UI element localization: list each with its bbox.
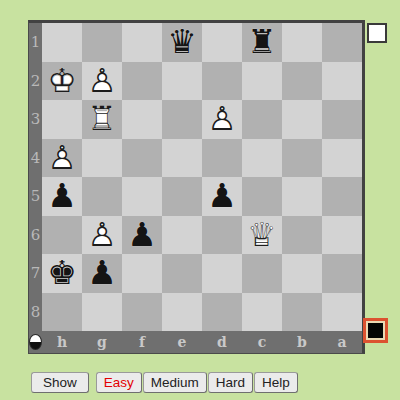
board-square-h1[interactable] [42, 23, 82, 62]
black-to-move-indicator[interactable] [363, 318, 388, 343]
board-square-e2[interactable] [162, 62, 202, 101]
board-square-b4[interactable] [282, 139, 322, 178]
rank-label-4: 4 [29, 139, 42, 178]
difficulty-button-hard[interactable]: Hard [208, 372, 253, 393]
board-square-f6[interactable]: ♟ [122, 216, 162, 255]
half-sphere-icon [29, 334, 42, 350]
black-pawn-d5[interactable]: ♟ [202, 177, 242, 216]
board-square-g7[interactable]: ♟ [82, 254, 122, 293]
piece-glyph: ♛ [162, 23, 202, 62]
board-square-a4[interactable] [322, 139, 362, 178]
board-square-d2[interactable] [202, 62, 242, 101]
board-square-a3[interactable] [322, 100, 362, 139]
board-square-c1[interactable]: ♜ [242, 23, 282, 62]
board-square-e3[interactable] [162, 100, 202, 139]
board-square-b2[interactable] [282, 62, 322, 101]
board-square-c4[interactable] [242, 139, 282, 178]
rank-label-1: 1 [29, 23, 42, 62]
board-square-e8[interactable] [162, 293, 202, 332]
white-pawn-g6[interactable]: ♟♙ [82, 216, 122, 255]
difficulty-button-easy[interactable]: Easy [96, 372, 142, 393]
board-square-b3[interactable] [282, 100, 322, 139]
flip-board-icon[interactable] [29, 331, 42, 353]
file-label-b: b [282, 331, 322, 353]
white-pawn-h4[interactable]: ♟♙ [42, 139, 82, 178]
piece-outline: ♔ [42, 62, 82, 101]
board-square-a8[interactable] [322, 293, 362, 332]
chess-board: 1♛♜2♚♔♟♙3♜♖♟♙4♟♙5♟♟6♟♙♟♛♕7♚♟8hgfedcba [29, 23, 362, 353]
file-label-f: f [122, 331, 162, 353]
toolbar: Show EasyMediumHardHelp [31, 372, 298, 393]
board-square-h6[interactable] [42, 216, 82, 255]
rank-label-3: 3 [29, 100, 42, 139]
board-square-b1[interactable] [282, 23, 322, 62]
piece-outline: ♕ [242, 216, 282, 255]
piece-glyph: ♚ [42, 254, 82, 293]
board-square-a1[interactable] [322, 23, 362, 62]
board-square-e6[interactable] [162, 216, 202, 255]
board-square-d1[interactable] [202, 23, 242, 62]
board-square-h4[interactable]: ♟♙ [42, 139, 82, 178]
rank-label-8: 8 [29, 293, 42, 332]
white-queen-c6[interactable]: ♛♕ [242, 216, 282, 255]
show-button[interactable]: Show [31, 372, 89, 393]
piece-outline: ♙ [82, 216, 122, 255]
rank-label-5: 5 [29, 177, 42, 216]
board-square-a5[interactable] [322, 177, 362, 216]
board-square-d6[interactable] [202, 216, 242, 255]
board-square-a2[interactable] [322, 62, 362, 101]
board-square-c7[interactable] [242, 254, 282, 293]
board-square-g8[interactable] [82, 293, 122, 332]
board-square-c5[interactable] [242, 177, 282, 216]
difficulty-buttons: EasyMediumHardHelp [96, 372, 298, 393]
board-square-g5[interactable] [82, 177, 122, 216]
piece-glyph: ♜ [242, 23, 282, 62]
board-square-d4[interactable] [202, 139, 242, 178]
file-label-e: e [162, 331, 202, 353]
piece-outline: ♙ [82, 62, 122, 101]
file-label-h: h [42, 331, 82, 353]
board-square-e7[interactable] [162, 254, 202, 293]
board-square-g3[interactable]: ♜♖ [82, 100, 122, 139]
black-pawn-f6[interactable]: ♟ [122, 216, 162, 255]
black-king-h7[interactable]: ♚ [42, 254, 82, 293]
file-label-d: d [202, 331, 242, 353]
piece-outline: ♖ [82, 100, 122, 139]
chess-board-frame: 1♛♜2♚♔♟♙3♜♖♟♙4♟♙5♟♟6♟♙♟♛♕7♚♟8hgfedcba [28, 20, 365, 354]
piece-outline: ♙ [202, 100, 242, 139]
board-square-f2[interactable] [122, 62, 162, 101]
board-square-d5[interactable]: ♟ [202, 177, 242, 216]
board-square-h2[interactable]: ♚♔ [42, 62, 82, 101]
rank-label-6: 6 [29, 216, 42, 255]
black-pawn-g7[interactable]: ♟ [82, 254, 122, 293]
piece-glyph: ♟ [122, 216, 162, 255]
black-pawn-h5[interactable]: ♟ [42, 177, 82, 216]
board-square-c3[interactable] [242, 100, 282, 139]
file-label-a: a [322, 331, 362, 353]
board-square-h5[interactable]: ♟ [42, 177, 82, 216]
board-square-g6[interactable]: ♟♙ [82, 216, 122, 255]
board-square-h3[interactable] [42, 100, 82, 139]
board-square-f5[interactable] [122, 177, 162, 216]
white-pawn-g2[interactable]: ♟♙ [82, 62, 122, 101]
file-label-g: g [82, 331, 122, 353]
white-king-h2[interactable]: ♚♔ [42, 62, 82, 101]
board-square-g4[interactable] [82, 139, 122, 178]
board-square-f3[interactable] [122, 100, 162, 139]
piece-outline: ♙ [42, 139, 82, 178]
board-square-b6[interactable] [282, 216, 322, 255]
board-square-h8[interactable] [42, 293, 82, 332]
board-square-d7[interactable] [202, 254, 242, 293]
board-square-f4[interactable] [122, 139, 162, 178]
board-square-d3[interactable]: ♟♙ [202, 100, 242, 139]
board-square-c6[interactable]: ♛♕ [242, 216, 282, 255]
white-rook-g3[interactable]: ♜♖ [82, 100, 122, 139]
piece-glyph: ♟ [42, 177, 82, 216]
board-square-c2[interactable] [242, 62, 282, 101]
black-queen-e1[interactable]: ♛ [162, 23, 202, 62]
board-square-b8[interactable] [282, 293, 322, 332]
board-square-b7[interactable] [282, 254, 322, 293]
board-square-f1[interactable] [122, 23, 162, 62]
file-label-c: c [242, 331, 282, 353]
board-square-c8[interactable] [242, 293, 282, 332]
board-square-f7[interactable] [122, 254, 162, 293]
board-square-b5[interactable] [282, 177, 322, 216]
white-to-move-indicator[interactable] [367, 23, 387, 43]
board-square-e4[interactable] [162, 139, 202, 178]
board-square-g2[interactable]: ♟♙ [82, 62, 122, 101]
white-pawn-d3[interactable]: ♟♙ [202, 100, 242, 139]
difficulty-button-help[interactable]: Help [254, 372, 298, 393]
board-square-e5[interactable] [162, 177, 202, 216]
board-square-a6[interactable] [322, 216, 362, 255]
board-square-a7[interactable] [322, 254, 362, 293]
board-square-d8[interactable] [202, 293, 242, 332]
board-square-h7[interactable]: ♚ [42, 254, 82, 293]
board-square-g1[interactable] [82, 23, 122, 62]
black-to-move-square [368, 323, 383, 338]
piece-glyph: ♟ [202, 177, 242, 216]
rank-label-2: 2 [29, 62, 42, 101]
board-square-f8[interactable] [122, 293, 162, 332]
board-square-e1[interactable]: ♛ [162, 23, 202, 62]
difficulty-button-medium[interactable]: Medium [143, 372, 207, 393]
piece-glyph: ♟ [82, 254, 122, 293]
black-rook-c1[interactable]: ♜ [242, 23, 282, 62]
rank-label-7: 7 [29, 254, 42, 293]
